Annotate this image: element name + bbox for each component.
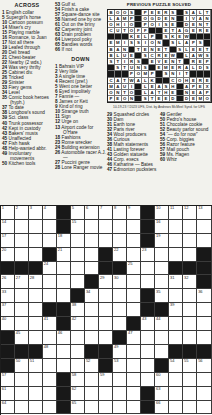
solved-cell: D <box>184 96 191 102</box>
grid-cell[interactable]: 28 <box>29 275 43 289</box>
grid-cell[interactable]: 11 <box>169 206 183 220</box>
grid-cell[interactable] <box>113 303 127 317</box>
black-cell <box>127 317 141 331</box>
grid-cell[interactable]: 31 <box>169 275 183 289</box>
cell-number: 44 <box>156 317 160 321</box>
grid-cell[interactable]: 15 <box>71 220 85 234</box>
solved-cell: T <box>149 96 156 102</box>
cell-number: 55 <box>184 359 188 363</box>
grid-cell[interactable]: 29 <box>99 275 113 289</box>
grid-cell[interactable]: 9 <box>127 206 141 220</box>
grid-cell[interactable] <box>169 373 183 387</box>
grid-cell[interactable] <box>141 359 155 373</box>
cell-number: 25 <box>128 262 132 266</box>
black-cell <box>141 401 155 415</box>
solved-cell: E <box>190 96 197 102</box>
grid-cell[interactable] <box>155 262 169 276</box>
grid-cell[interactable] <box>29 220 43 234</box>
grid-cell[interactable]: 61 <box>1 387 15 401</box>
cell-number: 54 <box>170 359 174 363</box>
grid-cell[interactable]: 40 <box>1 317 15 331</box>
clue-across-35: 35 Comic book heroes (hyph.) <box>2 95 52 105</box>
black-cell <box>183 345 197 359</box>
cell-number: 11 <box>170 206 174 210</box>
grid-cell[interactable]: 32 <box>183 275 197 289</box>
cell-number: 38 <box>72 303 76 307</box>
grid-cell[interactable] <box>197 387 211 401</box>
grid-cell[interactable]: 66 <box>155 401 169 415</box>
grid-cell[interactable] <box>99 303 113 317</box>
cell-number: 46 <box>58 331 62 335</box>
grid-cell[interactable]: 12 <box>183 206 197 220</box>
black-cell <box>197 248 211 262</box>
grid-cell[interactable] <box>127 303 141 317</box>
grid-cell[interactable] <box>113 289 127 303</box>
cell-number: 10 <box>156 206 160 210</box>
black-cell <box>85 345 99 359</box>
grid-cell[interactable]: 46 <box>57 331 71 345</box>
grid-cell[interactable]: 59 <box>99 373 113 387</box>
grid-cell[interactable] <box>183 248 197 262</box>
grid-cell[interactable] <box>99 401 113 415</box>
grid-cell[interactable]: 14 <box>1 220 15 234</box>
grid-cell[interactable] <box>155 248 169 262</box>
grid-cell[interactable] <box>85 373 99 387</box>
cell-number: 13 <box>198 206 202 210</box>
grid-cell[interactable] <box>85 317 99 331</box>
cell-number: 9 <box>128 206 130 210</box>
grid-cell[interactable] <box>169 234 183 248</box>
black-cell <box>57 387 71 401</box>
black-cell <box>177 96 184 102</box>
grid-cell[interactable] <box>29 331 43 345</box>
grid-cell[interactable] <box>85 234 99 248</box>
grid-cell[interactable] <box>99 331 113 345</box>
grid-cell[interactable] <box>99 220 113 234</box>
clue-down-26: 26 Automobile racer A.J. — <box>55 150 106 160</box>
cell-number: 17 <box>2 234 6 238</box>
grid-cell[interactable] <box>85 262 99 276</box>
cell-number: 53 <box>114 359 118 363</box>
grid-cell[interactable] <box>85 387 99 401</box>
grid-cell[interactable] <box>155 275 169 289</box>
cell-number: 60 <box>156 373 160 377</box>
black-cell <box>197 275 211 289</box>
grid-cell[interactable] <box>29 303 43 317</box>
grid-cell[interactable] <box>141 373 155 387</box>
cell-number: 19 <box>156 234 160 238</box>
grid-cell[interactable] <box>127 289 141 303</box>
across-clues-column-1: ACROSS 1 English collar5 Supergirl's hor… <box>2 2 52 166</box>
clue-down-47: 47 Edmonton pucksters <box>107 167 157 172</box>
solved-cell: E <box>163 96 170 102</box>
solved-cell: P <box>108 96 115 102</box>
cell-number: 37 <box>2 303 6 307</box>
grid-cell[interactable] <box>43 289 57 303</box>
grid-cell[interactable] <box>183 234 197 248</box>
black-cell <box>43 303 57 317</box>
grid-cell[interactable] <box>57 262 71 276</box>
black-cell <box>141 387 155 401</box>
cell-number: 42 <box>72 317 76 321</box>
grid-cell[interactable] <box>57 345 71 359</box>
grid-cell[interactable] <box>183 373 197 387</box>
cell-number: 56 <box>198 359 202 363</box>
grid-cell[interactable] <box>43 275 57 289</box>
down-header: DOWN <box>55 56 106 62</box>
grid-cell[interactable] <box>71 275 85 289</box>
previous-solution-grid: BOOSPEERSSALTLAMPOGDENIVANOHIOPOISEDENTC… <box>107 9 212 104</box>
grid-cell[interactable]: 56 <box>197 359 211 373</box>
grid-cell[interactable]: 18 <box>57 234 71 248</box>
grid-cell[interactable] <box>71 331 85 345</box>
grid-cell[interactable] <box>29 401 43 415</box>
grid-cell[interactable]: 19 <box>155 234 169 248</box>
cell-number: 26 <box>2 276 6 280</box>
cell-number: 59 <box>100 373 104 377</box>
clue-across-66: 66 If not <box>55 47 106 52</box>
clues-column-2: 53 Gulf st.54 Finish a cake57 Square-dan… <box>55 2 106 170</box>
grid-cell[interactable] <box>99 289 113 303</box>
cell-number: 21 <box>58 248 62 252</box>
grid-cell[interactable]: 26 <box>1 275 15 289</box>
grid-cell[interactable] <box>15 289 29 303</box>
grid-cell[interactable]: 50 <box>15 359 29 373</box>
grid-cell[interactable] <box>169 248 183 262</box>
black-cell <box>71 289 85 303</box>
cell-number: 5 <box>72 206 74 210</box>
grid-cell[interactable] <box>113 234 127 248</box>
grid-cell[interactable] <box>99 387 113 401</box>
grid-cell[interactable] <box>197 373 211 387</box>
clue-down-60: 60 Whiz <box>160 157 210 162</box>
grid-cell[interactable] <box>29 234 43 248</box>
grid-cell[interactable] <box>43 401 57 415</box>
black-cell <box>1 359 15 373</box>
grid-cell[interactable] <box>169 317 183 331</box>
grid-cell[interactable]: 38 <box>71 303 85 317</box>
black-cell <box>15 345 29 359</box>
grid-cell[interactable]: 55 <box>183 359 197 373</box>
grid-cell[interactable] <box>99 234 113 248</box>
cell-number: 27 <box>16 276 20 280</box>
clue-across-50: 50 Kitchen tools <box>2 161 52 166</box>
grid-cell[interactable] <box>43 387 57 401</box>
grid-cell[interactable] <box>15 373 29 387</box>
grid-cell[interactable] <box>113 220 127 234</box>
cell-number: 18 <box>58 234 62 238</box>
grid-cell[interactable] <box>57 289 71 303</box>
grid-cell[interactable]: 58 <box>71 373 85 387</box>
grid-cell[interactable] <box>127 373 141 387</box>
grid-cell[interactable]: 4 <box>43 206 57 220</box>
grid-cell[interactable] <box>15 387 29 401</box>
down-clues-continued: 29 Squashed circles30 Dam31 Earth tone32… <box>107 112 211 173</box>
clue-down-13: 13 Airport code for O'Hare <box>55 125 106 135</box>
across-header: ACROSS <box>2 2 52 8</box>
grid-cell[interactable]: 25 <box>127 262 141 276</box>
grid-cell[interactable] <box>127 401 141 415</box>
grid-cell[interactable] <box>113 401 127 415</box>
grid-cell[interactable] <box>169 289 183 303</box>
grid-cell[interactable]: 37 <box>1 303 15 317</box>
grid-cell[interactable]: 49 <box>113 345 127 359</box>
previous-puzzle-title: PREVIOUS PUZZLE SOLVED <box>107 2 211 7</box>
grid-cell[interactable] <box>183 220 197 234</box>
cell-number: 65 <box>72 401 76 405</box>
cell-number: 22 <box>114 248 118 252</box>
grid-cell[interactable]: 20 <box>1 248 15 262</box>
grid-cell[interactable] <box>197 220 211 234</box>
grid-cell[interactable] <box>197 234 211 248</box>
solved-cell: D <box>170 96 177 102</box>
cell-number: 64 <box>2 401 6 405</box>
grid-cell[interactable]: 63 <box>155 387 169 401</box>
grid-cell[interactable] <box>141 331 155 345</box>
grid-cell[interactable] <box>29 289 43 303</box>
cell-number: 31 <box>170 276 174 280</box>
grid-cell[interactable]: 53 <box>113 359 127 373</box>
grid-cell[interactable] <box>141 262 155 276</box>
grid-cell[interactable]: 36 <box>197 289 211 303</box>
grid-cell[interactable] <box>85 331 99 345</box>
grid-cell[interactable] <box>127 359 141 373</box>
grid-cell[interactable] <box>183 317 197 331</box>
grid-cell[interactable]: 54 <box>169 359 183 373</box>
grid-cell[interactable] <box>197 317 211 331</box>
grid-cell[interactable]: 51 <box>29 359 43 373</box>
grid-cell[interactable] <box>15 303 29 317</box>
solved-cell: E <box>115 96 122 102</box>
cell-number: 1 <box>2 206 4 210</box>
grid-cell[interactable]: 16 <box>155 220 169 234</box>
cell-number: 28 <box>30 276 34 280</box>
grid-cell[interactable] <box>183 289 197 303</box>
grid-cell[interactable]: 27 <box>15 275 29 289</box>
grid-cell[interactable] <box>127 345 141 359</box>
grid-cell[interactable] <box>71 345 85 359</box>
cell-number: 3 <box>30 206 32 210</box>
grid-cell[interactable] <box>71 248 85 262</box>
grid-cell[interactable] <box>113 317 127 331</box>
cell-number: 52 <box>86 359 90 363</box>
black-cell <box>197 345 211 359</box>
cell-number: 23 <box>142 248 146 252</box>
grid-cell[interactable] <box>141 345 155 359</box>
black-cell <box>141 234 155 248</box>
solved-cell: E <box>156 96 163 102</box>
grid-cell[interactable] <box>197 303 211 317</box>
grid-cell[interactable] <box>15 220 29 234</box>
grid-cell[interactable]: 22 <box>113 248 127 262</box>
grid-cell[interactable]: 47 <box>127 331 141 345</box>
grid-cell[interactable] <box>15 248 29 262</box>
cell-number: 32 <box>184 276 188 280</box>
black-cell <box>1 331 15 345</box>
grid-cell[interactable] <box>169 387 183 401</box>
newspaper-crossword-page: ACROSS 1 English collar5 Supergirl's hor… <box>0 0 212 415</box>
grid-cell[interactable]: 43 <box>141 317 155 331</box>
grid-cell[interactable]: 44 <box>155 317 169 331</box>
black-cell <box>1 262 15 276</box>
grid-cell[interactable] <box>127 275 141 289</box>
black-cell <box>113 331 127 345</box>
black-cell <box>99 345 113 359</box>
grid-cell[interactable] <box>43 220 57 234</box>
grid-cell[interactable]: 13 <box>197 206 211 220</box>
grid-cell[interactable]: 10 <box>155 206 169 220</box>
grid-cell[interactable] <box>43 359 57 373</box>
grid-cell[interactable]: 7 <box>99 206 113 220</box>
grid-cell[interactable]: 39 <box>169 303 183 317</box>
black-cell <box>57 401 71 415</box>
solved-cell: N <box>129 96 136 102</box>
cell-number: 12 <box>184 206 188 210</box>
grid-cell[interactable]: 41 <box>43 317 57 331</box>
grid-cell[interactable] <box>169 331 183 345</box>
grid-cell[interactable] <box>197 401 211 415</box>
cell-number: 58 <box>72 373 76 377</box>
solved-cell: O <box>122 96 129 102</box>
grid-cell[interactable] <box>71 234 85 248</box>
grid-cell[interactable] <box>15 317 29 331</box>
grid-cell[interactable] <box>169 401 183 415</box>
grid-cell[interactable]: 2 <box>15 206 29 220</box>
grid-cell[interactable]: 48 <box>43 345 57 359</box>
grid-cell[interactable] <box>43 373 57 387</box>
black-cell <box>155 359 169 373</box>
grid-cell[interactable] <box>127 387 141 401</box>
grid-cell[interactable] <box>85 401 99 415</box>
cell-number: 20 <box>2 248 6 252</box>
black-cell <box>197 262 211 276</box>
cell-number: 49 <box>114 345 118 349</box>
grid-cell[interactable]: 52 <box>85 359 99 373</box>
cell-number: 33 <box>2 290 6 294</box>
grid-cell[interactable] <box>183 401 197 415</box>
grid-cell[interactable] <box>43 234 57 248</box>
black-cell <box>99 359 113 373</box>
grid-cell[interactable]: 45 <box>15 331 29 345</box>
grid-cell[interactable]: 17 <box>1 234 15 248</box>
grid-cell[interactable] <box>197 331 211 345</box>
grid-cell[interactable] <box>183 387 197 401</box>
cell-number: 39 <box>170 303 174 307</box>
grid-cell[interactable]: 64 <box>1 401 15 415</box>
cell-number: 48 <box>44 345 48 349</box>
cell-number: 43 <box>142 317 146 321</box>
grid-cell[interactable] <box>71 359 85 373</box>
grid-cell[interactable] <box>29 248 43 262</box>
cell-number: 24 <box>44 262 48 266</box>
black-cell <box>43 248 57 262</box>
cell-number: 45 <box>16 331 20 335</box>
grid-cell[interactable] <box>113 373 127 387</box>
grid-cell[interactable] <box>127 248 141 262</box>
black-cell <box>183 262 197 276</box>
grid-cell[interactable]: 1 <box>1 206 15 220</box>
grid-cell[interactable]: 65 <box>71 401 85 415</box>
grid-cell[interactable] <box>127 234 141 248</box>
cell-number: 4 <box>44 206 46 210</box>
black-cell <box>169 262 183 276</box>
black-cell <box>57 303 71 317</box>
grid-cell[interactable]: 60 <box>155 373 169 387</box>
grid-cell[interactable]: 42 <box>71 317 85 331</box>
cell-number: 57 <box>2 373 6 377</box>
grid-cell[interactable]: 6 <box>85 206 99 220</box>
grid-cell[interactable]: 33 <box>1 289 15 303</box>
grid-cell[interactable] <box>183 303 197 317</box>
solved-cell: S <box>142 96 149 102</box>
cell-number: 16 <box>156 220 160 224</box>
grid-cell[interactable] <box>155 345 169 359</box>
cell-number: 51 <box>30 359 34 363</box>
grid-cell[interactable] <box>99 317 113 331</box>
grid-cell[interactable] <box>29 317 43 331</box>
cell-number: 8 <box>114 206 116 210</box>
cell-number: 14 <box>2 220 6 224</box>
grid-cell[interactable] <box>183 331 197 345</box>
grid-cell[interactable] <box>15 234 29 248</box>
grid-cell[interactable]: 8 <box>113 206 127 220</box>
grid-cell[interactable]: 57 <box>1 373 15 387</box>
grid-cell[interactable] <box>57 275 71 289</box>
solved-cell: O <box>204 96 211 102</box>
grid-cell[interactable] <box>43 331 57 345</box>
grid-cell[interactable] <box>169 220 183 234</box>
black-cell <box>141 303 155 317</box>
grid-cell[interactable] <box>71 262 85 276</box>
grid-cell[interactable]: 5 <box>71 206 85 220</box>
solved-cell: M <box>197 96 204 102</box>
copyright-byline: 10-19-23 ©2023 UFS, Dist. by Andrews McM… <box>107 105 211 109</box>
black-cell <box>141 220 155 234</box>
grid-cell[interactable]: 21 <box>57 248 71 262</box>
grid-cell[interactable]: 34 <box>85 289 99 303</box>
grid-cell[interactable]: 3 <box>29 206 43 220</box>
grid-cell[interactable] <box>127 220 141 234</box>
grid-cell[interactable] <box>57 359 71 373</box>
grid-cell[interactable]: 24 <box>43 262 57 276</box>
cell-number: 62 <box>72 387 76 391</box>
grid-cell[interactable] <box>29 373 43 387</box>
cell-number: 40 <box>2 317 6 321</box>
grid-cell[interactable] <box>113 387 127 401</box>
cell-number: 30 <box>114 276 118 280</box>
grid-cell[interactable] <box>15 401 29 415</box>
grid-cell[interactable] <box>141 275 155 289</box>
grid-cell[interactable] <box>85 303 99 317</box>
cell-number: 2 <box>16 206 18 210</box>
grid-cell[interactable]: 35 <box>155 289 169 303</box>
grid-cell[interactable] <box>85 220 99 234</box>
black-cell <box>57 373 71 387</box>
black-cell <box>29 262 43 276</box>
black-cell <box>57 317 71 331</box>
crossword-grid[interactable]: 1234567891011121314151617181920212223242… <box>0 205 212 415</box>
cell-number: 50 <box>16 359 20 363</box>
grid-cell[interactable]: 62 <box>71 387 85 401</box>
black-cell <box>99 262 113 276</box>
grid-cell[interactable] <box>155 331 169 345</box>
grid-cell[interactable]: 23 <box>141 248 155 262</box>
grid-cell[interactable] <box>85 248 99 262</box>
cell-number: 41 <box>44 317 48 321</box>
grid-cell[interactable] <box>29 387 43 401</box>
grid-cell[interactable]: 30 <box>113 275 127 289</box>
cell-number: 61 <box>2 387 6 391</box>
